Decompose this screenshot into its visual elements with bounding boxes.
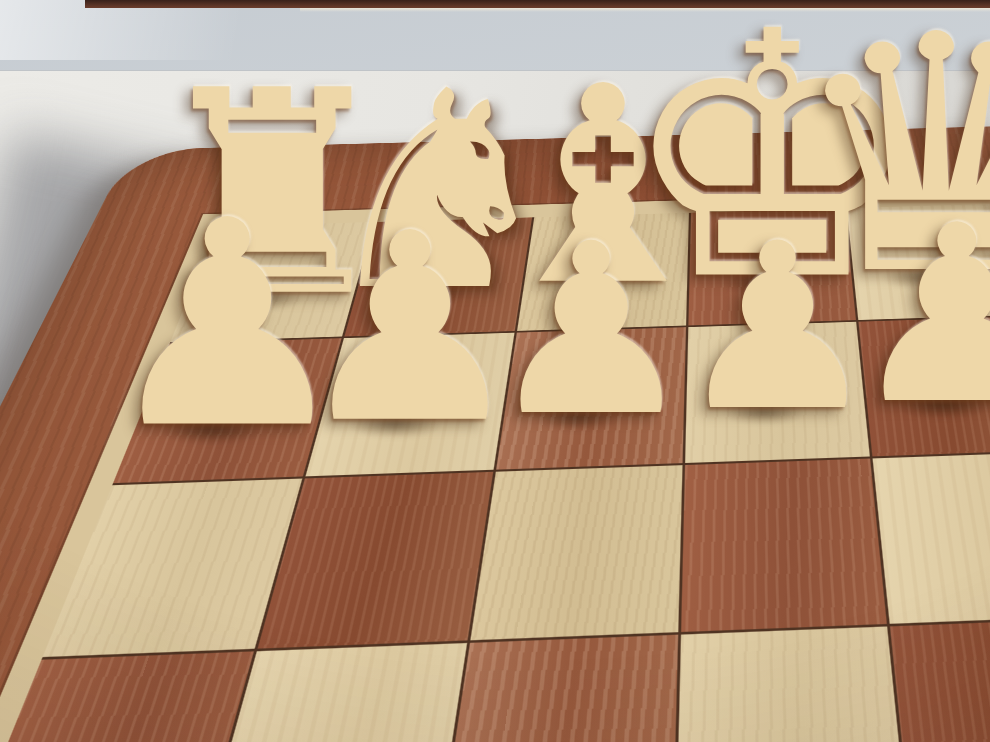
- photo-scene: ♜♞♝♚♛♝♟♟♟♟♟♟: [0, 0, 990, 742]
- pieces-layer: ♜♞♝♚♛♝♟♟♟♟♟♟: [0, 0, 990, 742]
- piece-white-pawn-f2[interactable]: ♟: [485, 214, 696, 450]
- piece-white-pawn-d2[interactable]: ♟: [847, 193, 990, 438]
